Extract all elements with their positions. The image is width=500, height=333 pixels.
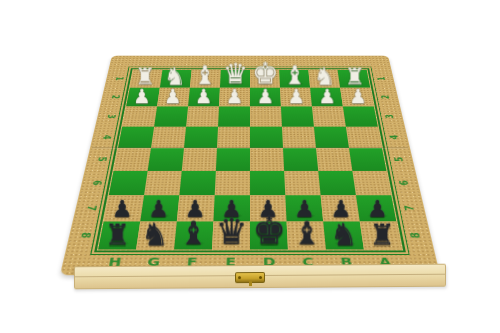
square-e6[interactable] (215, 171, 250, 195)
square-f2[interactable]: ♟ (188, 88, 220, 107)
square-d5[interactable] (250, 148, 284, 171)
square-e5[interactable] (216, 148, 250, 171)
rank-label-right-5: 5 (380, 152, 417, 167)
rank-label-left-1: 1 (103, 73, 135, 85)
chess-board-tilt: ♜♞♝♛♚♝♞♜♟♟♟♟♟♟♟♟♟♟♟♟♟♟♟♟♜♞♝♛♚♝♞♜ HGFEDCB… (60, 56, 440, 276)
square-e8[interactable]: ♛ (212, 221, 250, 249)
rank-label-left-2: 2 (98, 91, 131, 104)
black-bishop-f8[interactable]: ♝ (179, 217, 208, 249)
square-c6[interactable] (284, 171, 321, 195)
square-e3[interactable] (218, 107, 250, 127)
square-c8[interactable]: ♝ (287, 221, 326, 249)
square-g8[interactable]: ♞ (136, 221, 177, 249)
squares-grid: ♜♞♝♛♚♝♞♜♟♟♟♟♟♟♟♟♟♟♟♟♟♟♟♟♜♞♝♛♚♝♞♜ (98, 70, 402, 250)
white-pawn-h2[interactable]: ♟ (133, 87, 151, 107)
clasp-pin (249, 281, 252, 286)
square-e4[interactable] (217, 127, 250, 148)
rank-label-right-4: 4 (376, 130, 412, 144)
square-h6[interactable] (109, 171, 148, 195)
brass-clasp-icon (235, 272, 265, 283)
wooden-box-side (74, 264, 446, 290)
square-c5[interactable] (283, 148, 318, 171)
chess-board: ♜♞♝♛♚♝♞♜♟♟♟♟♟♟♟♟♟♟♟♟♟♟♟♟♜♞♝♛♚♝♞♜ HGFEDCB… (60, 56, 440, 276)
black-queen-e8[interactable]: ♛ (215, 214, 247, 249)
square-f3[interactable] (186, 107, 219, 127)
black-knight-b8[interactable]: ♞ (331, 219, 359, 250)
white-pawn-c2[interactable]: ♟ (288, 87, 306, 107)
black-bishop-c8[interactable]: ♝ (292, 217, 321, 249)
square-b6[interactable] (318, 171, 356, 195)
white-pawn-d2[interactable]: ♟ (257, 87, 275, 107)
square-f4[interactable] (184, 127, 218, 148)
white-pawn-g2[interactable]: ♟ (164, 87, 182, 107)
square-c3[interactable] (281, 107, 314, 127)
photo-background: ♜♞♝♛♚♝♞♜♟♟♟♟♟♟♟♟♟♟♟♟♟♟♟♟♜♞♝♛♚♝♞♜ HGFEDCB… (0, 0, 500, 333)
square-f8[interactable]: ♝ (174, 221, 213, 249)
rank-label-right-3: 3 (372, 110, 406, 123)
square-d6[interactable] (250, 171, 285, 195)
rank-label-right-8: 8 (394, 226, 435, 245)
square-d3[interactable] (250, 107, 282, 127)
square-b2[interactable]: ♟ (310, 88, 343, 107)
square-g4[interactable] (151, 127, 186, 148)
black-rook-a8[interactable]: ♜ (369, 221, 395, 250)
square-f6[interactable] (179, 171, 216, 195)
square-b4[interactable] (314, 127, 349, 148)
white-pawn-e2[interactable]: ♟ (226, 87, 244, 107)
white-pawn-a2[interactable]: ♟ (349, 87, 367, 107)
white-queen-e1[interactable]: ♛ (222, 60, 247, 88)
square-b3[interactable] (312, 107, 346, 127)
square-a6[interactable] (352, 171, 391, 195)
rank-label-right-2: 2 (369, 91, 402, 104)
square-g2[interactable]: ♟ (157, 88, 190, 107)
rank-label-right-7: 7 (389, 199, 429, 216)
square-g3[interactable] (154, 107, 188, 127)
rank-label-left-8: 8 (64, 226, 105, 245)
white-pawn-b2[interactable]: ♟ (318, 87, 336, 107)
square-a5[interactable] (349, 148, 386, 171)
square-d8[interactable]: ♚ (250, 221, 288, 249)
square-f5[interactable] (182, 148, 217, 171)
square-h5[interactable] (114, 148, 151, 171)
white-king-d1[interactable]: ♚ (252, 58, 279, 88)
square-c4[interactable] (282, 127, 316, 148)
rank-label-right-1: 1 (365, 73, 397, 85)
square-g5[interactable] (148, 148, 184, 171)
square-e2[interactable]: ♟ (219, 88, 250, 107)
rank-label-right-6: 6 (385, 175, 423, 191)
square-g6[interactable] (144, 171, 182, 195)
square-b5[interactable] (316, 148, 352, 171)
square-a8[interactable]: ♜ (360, 221, 402, 249)
white-pawn-f2[interactable]: ♟ (195, 87, 213, 107)
square-d4[interactable] (250, 127, 283, 148)
square-d2[interactable]: ♟ (250, 88, 281, 107)
rank-label-left-3: 3 (93, 110, 127, 123)
black-knight-g8[interactable]: ♞ (142, 219, 170, 250)
black-king-d8[interactable]: ♚ (252, 212, 286, 250)
square-c2[interactable]: ♟ (280, 88, 312, 107)
rank-label-left-4: 4 (88, 130, 124, 144)
black-rook-h8[interactable]: ♜ (105, 221, 131, 250)
square-b8[interactable]: ♞ (323, 221, 364, 249)
square-h8[interactable]: ♜ (98, 221, 140, 249)
